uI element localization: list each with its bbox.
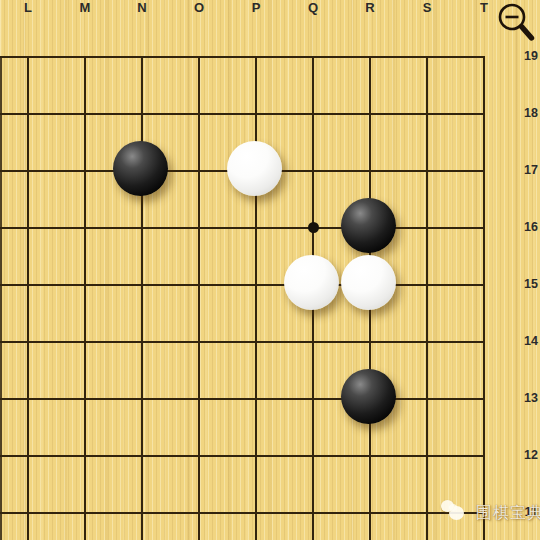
row-label-16: 16 bbox=[524, 220, 538, 234]
go-app-screen: LMNOPQRST 191817161514131211 围棋宝典 bbox=[0, 0, 540, 540]
stone-white-r15 bbox=[341, 255, 396, 310]
column-label-n: N bbox=[137, 1, 146, 15]
watermark: 围棋宝典 bbox=[436, 496, 532, 530]
row-label-13: 13 bbox=[524, 391, 538, 405]
stone-black-r16 bbox=[341, 198, 396, 253]
row-label-12: 12 bbox=[524, 448, 538, 462]
row-label-18: 18 bbox=[524, 106, 538, 120]
stone-white-q15 bbox=[284, 255, 339, 310]
board-intersections[interactable] bbox=[0, 28, 513, 540]
column-label-s: S bbox=[423, 1, 432, 15]
row-label-19: 19 bbox=[524, 49, 538, 63]
row-label-17: 17 bbox=[524, 163, 538, 177]
stone-white-p17 bbox=[227, 141, 282, 196]
column-label-r: R bbox=[365, 1, 374, 15]
stone-black-r13 bbox=[341, 369, 396, 424]
watermark-logo-icon bbox=[440, 500, 472, 528]
column-label-q: Q bbox=[308, 1, 318, 15]
stone-black-n17 bbox=[113, 141, 168, 196]
watermark-text: 围棋宝典 bbox=[476, 503, 540, 524]
magnifier-handle bbox=[522, 27, 532, 39]
row-label-14: 14 bbox=[524, 334, 538, 348]
column-label-m: M bbox=[80, 1, 91, 15]
column-label-l: L bbox=[24, 1, 32, 15]
star-point-q16 bbox=[308, 222, 319, 233]
column-label-o: O bbox=[194, 1, 204, 15]
row-label-15: 15 bbox=[524, 277, 538, 291]
zoom-out-icon[interactable] bbox=[494, 1, 540, 47]
column-label-t: T bbox=[480, 1, 488, 15]
column-label-p: P bbox=[252, 1, 261, 15]
